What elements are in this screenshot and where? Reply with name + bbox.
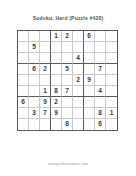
sudoku-cell-r6c5: 7	[62, 86, 73, 97]
sudoku-cell-r6c3: 1	[40, 86, 51, 97]
sudoku-cell-r8c3: 7	[40, 108, 51, 119]
sudoku-cell-r2c2: 5	[29, 42, 40, 53]
sudoku-cell-r6c2	[29, 86, 40, 97]
sudoku-cell-r8c6	[73, 108, 84, 119]
sudoku-cell-r9c9	[106, 119, 117, 130]
sudoku-cell-r5c9	[106, 75, 117, 86]
sudoku-cell-r9c3	[40, 119, 51, 130]
sudoku-cell-r4c6	[73, 64, 84, 75]
sudoku-cell-r8c8: 8	[95, 108, 106, 119]
sudoku-cell-r2c6	[73, 42, 84, 53]
sudoku-cell-r3c9	[106, 53, 117, 64]
sudoku-cell-r7c1: 6	[18, 97, 29, 108]
sudoku-cell-r7c9	[106, 97, 117, 108]
sudoku-cell-r7c2	[29, 97, 40, 108]
sudoku-cell-r3c8	[95, 53, 106, 64]
sudoku-cell-r1c2	[29, 31, 40, 42]
sudoku-cell-r9c2	[29, 119, 40, 130]
sudoku-cell-r8c1	[18, 108, 29, 119]
sudoku-cell-r4c4	[51, 64, 62, 75]
sudoku-cell-r4c3: 2	[40, 64, 51, 75]
sudoku-cell-r3c2	[29, 53, 40, 64]
sudoku-cell-r4c9	[106, 64, 117, 75]
sudoku-cell-r5c2	[29, 75, 40, 86]
sudoku-cell-r8c7	[84, 108, 95, 119]
sudoku-cell-r1c9	[106, 31, 117, 42]
sudoku-cell-r2c7	[84, 42, 95, 53]
sudoku-cell-r3c4	[51, 53, 62, 64]
sudoku-cell-r4c5: 5	[62, 64, 73, 75]
sudoku-cell-r1c5: 2	[62, 31, 73, 42]
sudoku-cell-r2c3	[40, 42, 51, 53]
sudoku-cell-r2c5	[62, 42, 73, 53]
sudoku-cell-r6c8: 4	[95, 86, 106, 97]
sudoku-cell-r5c4	[51, 75, 62, 86]
sudoku-cell-r1c3	[40, 31, 51, 42]
sudoku-cell-r1c6	[73, 31, 84, 42]
sudoku-cell-r7c4: 2	[51, 97, 62, 108]
sudoku-cell-r3c3	[40, 53, 51, 64]
sudoku-cell-r1c8	[95, 31, 106, 42]
sudoku-cell-r1c1	[18, 31, 29, 42]
sudoku-cell-r5c7: 9	[84, 75, 95, 86]
sudoku-cell-r1c4: 1	[51, 31, 62, 42]
sudoku-cell-r2c1	[18, 42, 29, 53]
sudoku-cell-r1c7: 6	[84, 31, 95, 42]
sudoku-cell-r9c8: 6	[95, 119, 106, 130]
sudoku-cell-r5c1	[18, 75, 29, 86]
sudoku-cell-r6c6	[73, 86, 84, 97]
sudoku-grid: 1265462572918746923798186	[17, 30, 118, 131]
sudoku-cell-r6c9	[106, 86, 117, 97]
sudoku-cell-r7c7	[84, 97, 95, 108]
sudoku-cell-r6c1	[18, 86, 29, 97]
footer-url: www.printfreesudoku.com	[0, 162, 136, 166]
sudoku-cell-r3c6: 4	[73, 53, 84, 64]
sudoku-cell-r4c8: 7	[95, 64, 106, 75]
sudoku-cell-r7c5	[62, 97, 73, 108]
sudoku-cell-r6c4: 8	[51, 86, 62, 97]
sudoku-cell-r8c9: 1	[106, 108, 117, 119]
sudoku-cell-r3c7	[84, 53, 95, 64]
sudoku-cell-r5c6: 2	[73, 75, 84, 86]
sudoku-cell-r2c8	[95, 42, 106, 53]
sudoku-cell-r4c7	[84, 64, 95, 75]
sudoku-cell-r7c6	[73, 97, 84, 108]
sudoku-cell-r5c5	[62, 75, 73, 86]
sudoku-cell-r7c3: 9	[40, 97, 51, 108]
sudoku-cell-r8c2: 3	[29, 108, 40, 119]
sudoku-cell-r3c5	[62, 53, 73, 64]
sudoku-cell-r4c2: 6	[29, 64, 40, 75]
sudoku-cell-r6c7	[84, 86, 95, 97]
sudoku-cell-r5c8	[95, 75, 106, 86]
sudoku-cell-r5c3	[40, 75, 51, 86]
sudoku-cell-r9c7	[84, 119, 95, 130]
sudoku-cell-r9c6	[73, 119, 84, 130]
sudoku-cell-r2c9	[106, 42, 117, 53]
sudoku-cell-r2c4	[51, 42, 62, 53]
sudoku-cell-r4c1	[18, 64, 29, 75]
sudoku-cell-r8c4: 9	[51, 108, 62, 119]
sudoku-cell-r8c5	[62, 108, 73, 119]
sudoku-cell-r3c1	[18, 53, 29, 64]
sudoku-cell-r9c1	[18, 119, 29, 130]
page-title: Sudoku, Hard (Puzzle #428)	[0, 15, 136, 21]
sudoku-cell-r9c4	[51, 119, 62, 130]
sudoku-cell-r9c5: 8	[62, 119, 73, 130]
sudoku-cell-r7c8	[95, 97, 106, 108]
